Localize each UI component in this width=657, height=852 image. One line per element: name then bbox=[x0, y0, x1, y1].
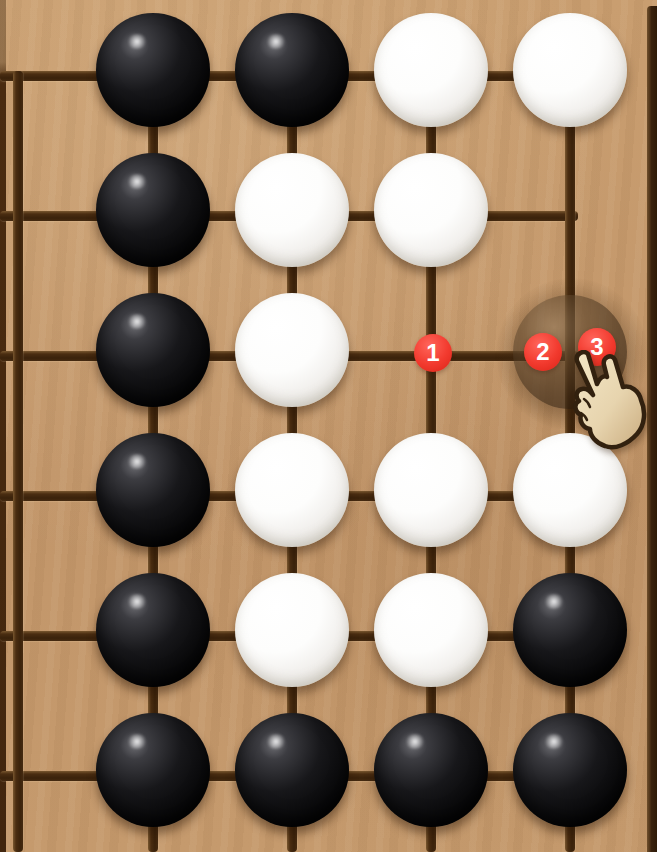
white-stone-r5c3 bbox=[235, 573, 349, 687]
white-stone-r2c4 bbox=[374, 153, 488, 267]
white-stone-r1c5 bbox=[513, 13, 627, 127]
go-board[interactable]: 123 bbox=[0, 0, 657, 852]
white-stone-r5c4 bbox=[374, 573, 488, 687]
board-frame-right-edge bbox=[647, 6, 657, 852]
white-stone-r4c3 bbox=[235, 433, 349, 547]
white-stone-r1c4 bbox=[374, 13, 488, 127]
grid-vline-col-1 bbox=[13, 71, 23, 852]
black-stone-r6c5 bbox=[513, 713, 627, 827]
black-stone-r1c2 bbox=[96, 13, 210, 127]
black-stone-r1c3 bbox=[235, 13, 349, 127]
move-number-badge-1: 1 bbox=[414, 334, 452, 372]
white-stone-r2c3 bbox=[235, 153, 349, 267]
move-number-badge-2: 2 bbox=[524, 333, 562, 371]
black-stone-r5c5 bbox=[513, 573, 627, 687]
white-stone-r3c3 bbox=[235, 293, 349, 407]
tap-hand-cursor bbox=[568, 350, 648, 456]
black-stone-r6c4 bbox=[374, 713, 488, 827]
board-frame-left-edge bbox=[0, 0, 6, 852]
black-stone-r5c2 bbox=[96, 573, 210, 687]
black-stone-r3c2 bbox=[96, 293, 210, 407]
black-stone-r6c3 bbox=[235, 713, 349, 827]
black-stone-r2c2 bbox=[96, 153, 210, 267]
black-stone-r4c2 bbox=[96, 433, 210, 547]
black-stone-r6c2 bbox=[96, 713, 210, 827]
white-stone-r4c4 bbox=[374, 433, 488, 547]
